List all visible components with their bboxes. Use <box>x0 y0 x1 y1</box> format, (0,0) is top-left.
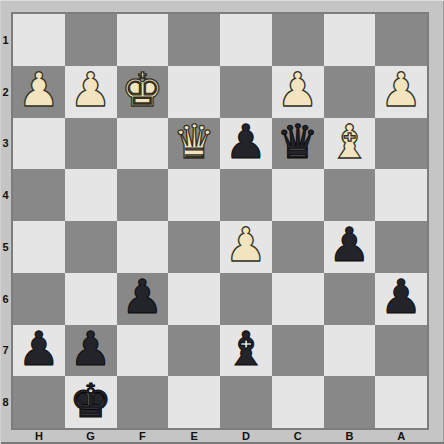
white-pawn-icon: ♟ <box>380 66 422 113</box>
square-G1[interactable] <box>65 14 117 66</box>
file-labels: HGFEDCBA <box>13 429 427 443</box>
rank-label-4: 4 <box>0 169 11 221</box>
file-label-E: E <box>168 429 220 443</box>
black-pawn-icon: ♟ <box>380 273 422 320</box>
black-pawn-icon: ♟ <box>70 325 112 372</box>
square-H7[interactable]: ♟ <box>13 325 65 377</box>
white-pawn-icon: ♟ <box>18 66 60 113</box>
rank-label-3: 3 <box>0 118 11 170</box>
square-C6[interactable] <box>272 273 324 325</box>
square-A2[interactable]: ♟ <box>375 66 427 118</box>
square-H4[interactable] <box>13 169 65 221</box>
black-pawn-icon: ♟ <box>121 273 163 320</box>
square-G6[interactable] <box>65 273 117 325</box>
file-label-H: H <box>13 429 65 443</box>
square-B5[interactable]: ♟ <box>324 221 376 273</box>
white-king-icon: ♚ <box>121 66 163 113</box>
rank-label-5: 5 <box>0 221 11 273</box>
square-H3[interactable] <box>13 118 65 170</box>
square-C4[interactable] <box>272 169 324 221</box>
square-G3[interactable] <box>65 118 117 170</box>
white-pawn-icon: ♟ <box>277 66 319 113</box>
black-pawn-icon: ♟ <box>18 325 60 372</box>
square-A8[interactable] <box>375 376 427 428</box>
square-A3[interactable] <box>375 118 427 170</box>
white-queen-icon: ♛ <box>173 118 215 165</box>
square-G5[interactable] <box>65 221 117 273</box>
chess-board: ♟♟♚♟♟♛♟♛♝♟♟♟♟♟♟♝♚ <box>11 12 429 430</box>
black-king-icon: ♚ <box>70 377 112 424</box>
square-H6[interactable] <box>13 273 65 325</box>
black-bishop-icon: ♝ <box>225 325 267 372</box>
square-G2[interactable]: ♟ <box>65 66 117 118</box>
square-G4[interactable] <box>65 169 117 221</box>
black-queen-icon: ♛ <box>277 118 319 165</box>
square-D6[interactable] <box>220 273 272 325</box>
white-pawn-icon: ♟ <box>225 221 267 268</box>
square-C2[interactable]: ♟ <box>272 66 324 118</box>
square-B4[interactable] <box>324 169 376 221</box>
chessboard-frame: 12345678 ♟♟♚♟♟♛♟♛♝♟♟♟♟♟♟♝♚ HGFEDCBA <box>0 0 444 444</box>
rank-label-8: 8 <box>0 376 11 428</box>
square-E4[interactable] <box>168 169 220 221</box>
square-H5[interactable] <box>13 221 65 273</box>
square-C3[interactable]: ♛ <box>272 118 324 170</box>
square-D8[interactable] <box>220 376 272 428</box>
square-H2[interactable]: ♟ <box>13 66 65 118</box>
rank-label-2: 2 <box>0 66 11 118</box>
file-label-B: B <box>324 429 376 443</box>
square-F6[interactable]: ♟ <box>117 273 169 325</box>
square-D4[interactable] <box>220 169 272 221</box>
file-label-F: F <box>117 429 169 443</box>
square-F3[interactable] <box>117 118 169 170</box>
square-F8[interactable] <box>117 376 169 428</box>
white-pawn-icon: ♟ <box>70 66 112 113</box>
square-F7[interactable] <box>117 325 169 377</box>
square-B1[interactable] <box>324 14 376 66</box>
square-B2[interactable] <box>324 66 376 118</box>
file-label-C: C <box>272 429 324 443</box>
square-D2[interactable] <box>220 66 272 118</box>
square-C7[interactable] <box>272 325 324 377</box>
black-pawn-icon: ♟ <box>328 221 370 268</box>
square-G7[interactable]: ♟ <box>65 325 117 377</box>
square-D1[interactable] <box>220 14 272 66</box>
square-A7[interactable] <box>375 325 427 377</box>
square-B6[interactable] <box>324 273 376 325</box>
square-A1[interactable] <box>375 14 427 66</box>
square-E2[interactable] <box>168 66 220 118</box>
square-F2[interactable]: ♚ <box>117 66 169 118</box>
file-label-A: A <box>375 429 427 443</box>
square-B3[interactable]: ♝ <box>324 118 376 170</box>
square-E1[interactable] <box>168 14 220 66</box>
square-B7[interactable] <box>324 325 376 377</box>
white-bishop-icon: ♝ <box>328 118 370 165</box>
square-E7[interactable] <box>168 325 220 377</box>
square-H1[interactable] <box>13 14 65 66</box>
square-D3[interactable]: ♟ <box>220 118 272 170</box>
square-D7[interactable]: ♝ <box>220 325 272 377</box>
square-C8[interactable] <box>272 376 324 428</box>
rank-label-6: 6 <box>0 273 11 325</box>
square-B8[interactable] <box>324 376 376 428</box>
file-label-D: D <box>220 429 272 443</box>
square-E5[interactable] <box>168 221 220 273</box>
black-pawn-icon: ♟ <box>225 118 267 165</box>
square-F5[interactable] <box>117 221 169 273</box>
square-A5[interactable] <box>375 221 427 273</box>
square-G8[interactable]: ♚ <box>65 376 117 428</box>
rank-labels: 12345678 <box>0 14 11 428</box>
rank-label-7: 7 <box>0 325 11 377</box>
rank-label-1: 1 <box>0 14 11 66</box>
file-label-G: G <box>65 429 117 443</box>
square-C1[interactable] <box>272 14 324 66</box>
square-E3[interactable]: ♛ <box>168 118 220 170</box>
square-E6[interactable] <box>168 273 220 325</box>
square-C5[interactable] <box>272 221 324 273</box>
square-F4[interactable] <box>117 169 169 221</box>
square-A6[interactable]: ♟ <box>375 273 427 325</box>
square-A4[interactable] <box>375 169 427 221</box>
square-E8[interactable] <box>168 376 220 428</box>
square-D5[interactable]: ♟ <box>220 221 272 273</box>
square-F1[interactable] <box>117 14 169 66</box>
square-H8[interactable] <box>13 376 65 428</box>
